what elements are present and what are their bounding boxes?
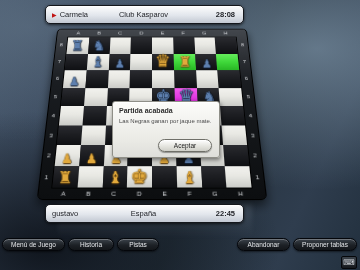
black-knight[interactable]: ♞ bbox=[88, 39, 109, 53]
square-c6[interactable] bbox=[107, 70, 130, 87]
coord-label: 7 bbox=[58, 59, 62, 64]
square-d1[interactable]: ♚ bbox=[127, 166, 152, 188]
square-a2[interactable]: ♟ bbox=[55, 145, 81, 166]
square-b2[interactable]: ♟ bbox=[79, 145, 104, 166]
game-over-dialog: Partida acabada Las Negras ganan por jaq… bbox=[112, 101, 220, 158]
bottom-player-name: gustavo bbox=[52, 209, 78, 218]
white-rook[interactable]: ♜ bbox=[53, 170, 78, 186]
square-c7[interactable]: ♟ bbox=[108, 54, 130, 71]
dialog-message: Las Negras ganan por jaque mate. bbox=[119, 118, 214, 124]
white-rook[interactable]: ♜ bbox=[174, 55, 196, 69]
square-c8[interactable] bbox=[109, 37, 131, 53]
propose-draw-button[interactable]: Proponer tablas bbox=[293, 238, 357, 251]
coord-label: B bbox=[86, 191, 91, 197]
square-f8[interactable] bbox=[173, 37, 195, 53]
white-pawn[interactable]: ♟ bbox=[55, 152, 79, 165]
square-f7[interactable]: ♜ bbox=[173, 54, 195, 71]
square-g6[interactable] bbox=[196, 70, 219, 87]
square-d7[interactable] bbox=[130, 54, 152, 71]
top-player-clock: 28:08 bbox=[180, 10, 243, 19]
bottom-player-club: España bbox=[107, 209, 179, 218]
coord-label: D bbox=[139, 31, 143, 35]
coord-label: E bbox=[162, 191, 167, 197]
file-labels-top: ABCDEFGH bbox=[67, 29, 236, 36]
top-player-club: Club Kasparov bbox=[107, 10, 179, 19]
coord-label: 3 bbox=[251, 132, 255, 138]
coord-label: 1 bbox=[44, 174, 48, 180]
coord-label: 6 bbox=[56, 76, 60, 81]
coord-label: 8 bbox=[60, 43, 64, 47]
square-e7[interactable]: ♛ bbox=[152, 54, 174, 71]
turn-indicator-icon: ▶ bbox=[52, 11, 57, 18]
resign-button[interactable]: Abandonar bbox=[237, 238, 290, 251]
coord-label: 7 bbox=[243, 59, 247, 64]
square-h5[interactable] bbox=[219, 88, 243, 106]
black-pawn[interactable]: ♟ bbox=[196, 58, 218, 69]
white-king[interactable]: ♚ bbox=[127, 167, 152, 187]
square-h7[interactable] bbox=[216, 54, 239, 71]
square-b3[interactable] bbox=[81, 125, 106, 145]
square-a3[interactable] bbox=[57, 125, 82, 145]
coord-label: 8 bbox=[241, 43, 245, 47]
keyboard-icon[interactable]: ⌨ bbox=[341, 256, 357, 269]
square-g1[interactable] bbox=[201, 166, 227, 188]
coord-label: F bbox=[187, 191, 191, 197]
square-g8[interactable] bbox=[194, 37, 216, 53]
coord-label: E bbox=[161, 31, 165, 35]
square-g7[interactable]: ♟ bbox=[195, 54, 218, 71]
top-player-bar: ▶ Carmela Club Kasparov 28:08 bbox=[45, 5, 244, 24]
coord-label: 3 bbox=[49, 132, 53, 138]
square-a6[interactable]: ♟ bbox=[63, 70, 87, 87]
black-pawn[interactable]: ♟ bbox=[63, 75, 85, 87]
coord-label: H bbox=[238, 191, 243, 197]
coord-label: 2 bbox=[47, 153, 51, 159]
square-h8[interactable] bbox=[215, 37, 238, 53]
dialog-title: Partida acabada bbox=[119, 107, 214, 114]
coord-label: 2 bbox=[253, 153, 257, 159]
white-bishop[interactable]: ♝ bbox=[102, 170, 127, 186]
square-h4[interactable] bbox=[220, 106, 245, 125]
black-bishop[interactable]: ♝ bbox=[87, 55, 109, 69]
square-a1[interactable]: ♜ bbox=[52, 166, 79, 188]
white-bishop[interactable]: ♝ bbox=[177, 170, 202, 186]
coord-label: C bbox=[118, 31, 122, 35]
square-b8[interactable]: ♞ bbox=[88, 37, 110, 53]
bottom-player-bar: gustavo España 22:45 bbox=[45, 204, 244, 223]
square-h6[interactable] bbox=[217, 70, 241, 87]
coord-label: D bbox=[137, 191, 142, 197]
bottom-player-clock: 22:45 bbox=[180, 209, 243, 218]
game-menu-button[interactable]: Menú de Juego bbox=[2, 238, 65, 251]
coord-label: C bbox=[111, 191, 116, 197]
coord-label: 4 bbox=[51, 113, 55, 118]
coord-label: B bbox=[97, 31, 101, 35]
black-rook[interactable]: ♜ bbox=[67, 39, 88, 53]
square-b1[interactable] bbox=[77, 166, 103, 188]
file-labels-bottom: ABCDEFGH bbox=[50, 189, 254, 200]
coord-label: 5 bbox=[247, 94, 251, 99]
accept-button[interactable]: Aceptar bbox=[158, 139, 212, 152]
coord-label: G bbox=[202, 31, 207, 35]
square-a8[interactable]: ♜ bbox=[67, 37, 90, 53]
top-player-name: Carmela bbox=[60, 10, 88, 19]
black-pawn[interactable]: ♟ bbox=[108, 58, 130, 69]
coord-label: A bbox=[76, 31, 80, 35]
square-e1[interactable] bbox=[152, 166, 177, 188]
square-a4[interactable] bbox=[59, 106, 84, 125]
square-h1[interactable] bbox=[225, 166, 252, 188]
coord-label: F bbox=[181, 31, 185, 35]
square-b4[interactable] bbox=[82, 106, 106, 125]
square-a5[interactable] bbox=[61, 88, 85, 106]
white-queen[interactable]: ♛ bbox=[152, 52, 174, 69]
square-b6[interactable] bbox=[85, 70, 108, 87]
square-h3[interactable] bbox=[222, 125, 247, 145]
square-b5[interactable] bbox=[84, 88, 108, 106]
square-c1[interactable]: ♝ bbox=[102, 166, 127, 188]
hints-button[interactable]: Pistas bbox=[117, 238, 159, 251]
coord-label: 1 bbox=[255, 174, 259, 180]
coord-label: G bbox=[212, 191, 218, 197]
square-d8[interactable] bbox=[131, 37, 152, 53]
coord-label: H bbox=[223, 31, 227, 35]
coord-label: 5 bbox=[54, 94, 58, 99]
coord-label: 6 bbox=[245, 76, 249, 81]
app-background: { "game": "chess", "position": "rn6/1bp1… bbox=[0, 0, 360, 270]
history-button[interactable]: Historia bbox=[68, 238, 114, 251]
square-f1[interactable]: ♝ bbox=[176, 166, 201, 188]
coord-label: 4 bbox=[249, 113, 253, 118]
square-d6[interactable] bbox=[130, 70, 152, 87]
coord-label: A bbox=[61, 191, 66, 197]
square-a7[interactable] bbox=[65, 54, 88, 71]
square-h2[interactable] bbox=[223, 145, 249, 166]
white-pawn[interactable]: ♟ bbox=[79, 152, 103, 165]
square-b7[interactable]: ♝ bbox=[87, 54, 110, 71]
